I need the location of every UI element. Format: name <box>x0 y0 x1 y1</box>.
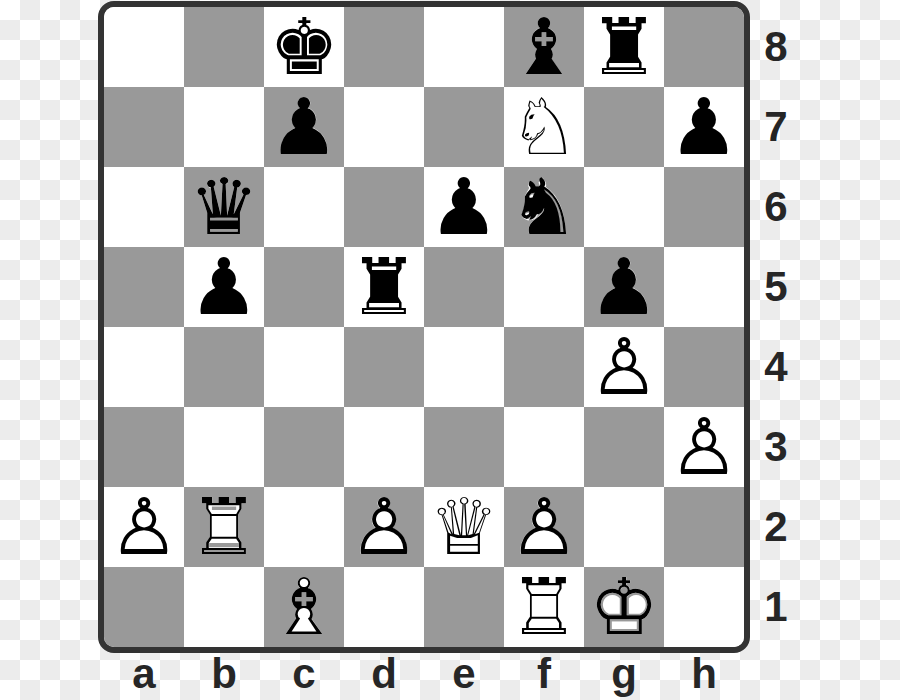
piece-white-bishop: ♝♗ <box>264 567 344 647</box>
square-b1[interactable] <box>184 567 264 647</box>
square-e8[interactable] <box>424 7 504 87</box>
page-background: { "game": "chess", "position": { "fen": … <box>0 0 900 700</box>
square-a3[interactable] <box>104 407 184 487</box>
square-c4[interactable] <box>264 327 344 407</box>
square-a2[interactable]: ♟♙ <box>104 487 184 567</box>
file-labels: abcdefgh <box>104 650 744 698</box>
rank-label-8: 8 <box>752 7 800 87</box>
square-d6[interactable] <box>344 167 424 247</box>
square-e6[interactable]: ♙♟ <box>424 167 504 247</box>
file-label-e: e <box>424 650 504 698</box>
piece-black-knight: ♘♞ <box>504 167 584 247</box>
square-e1[interactable] <box>424 567 504 647</box>
square-h8[interactable] <box>664 7 744 87</box>
square-c1[interactable]: ♝♗ <box>264 567 344 647</box>
square-e7[interactable] <box>424 87 504 167</box>
square-b2[interactable]: ♜♖ <box>184 487 264 567</box>
piece-black-pawn: ♙♟ <box>424 167 504 247</box>
rank-label-2: 2 <box>752 487 800 567</box>
square-h2[interactable] <box>664 487 744 567</box>
piece-white-king: ♚♔ <box>584 567 664 647</box>
square-g8[interactable]: ♖♜ <box>584 7 664 87</box>
square-a4[interactable] <box>104 327 184 407</box>
square-b8[interactable] <box>184 7 264 87</box>
square-g7[interactable] <box>584 87 664 167</box>
piece-black-pawn: ♙♟ <box>184 247 264 327</box>
square-f7[interactable]: ♞♘ <box>504 87 584 167</box>
square-d2[interactable]: ♟♙ <box>344 487 424 567</box>
file-label-d: d <box>344 650 424 698</box>
square-g1[interactable]: ♚♔ <box>584 567 664 647</box>
square-d8[interactable] <box>344 7 424 87</box>
square-c8[interactable]: ♔♚ <box>264 7 344 87</box>
piece-black-rook: ♖♜ <box>344 247 424 327</box>
square-e2[interactable]: ♛♕ <box>424 487 504 567</box>
square-d1[interactable] <box>344 567 424 647</box>
square-b7[interactable] <box>184 87 264 167</box>
square-h3[interactable]: ♟♙ <box>664 407 744 487</box>
piece-black-pawn: ♙♟ <box>264 87 344 167</box>
rank-label-7: 7 <box>752 87 800 167</box>
square-h4[interactable] <box>664 327 744 407</box>
square-f8[interactable]: ♗♝ <box>504 7 584 87</box>
square-c5[interactable] <box>264 247 344 327</box>
square-e4[interactable] <box>424 327 504 407</box>
piece-white-knight: ♞♘ <box>504 87 584 167</box>
square-h1[interactable] <box>664 567 744 647</box>
square-g5[interactable]: ♙♟ <box>584 247 664 327</box>
piece-white-queen: ♛♕ <box>424 487 504 567</box>
rank-label-6: 6 <box>752 167 800 247</box>
square-a7[interactable] <box>104 87 184 167</box>
file-label-c: c <box>264 650 344 698</box>
square-g4[interactable]: ♟♙ <box>584 327 664 407</box>
square-d4[interactable] <box>344 327 424 407</box>
piece-black-queen: ♕♛ <box>184 167 264 247</box>
rank-label-4: 4 <box>752 327 800 407</box>
square-f5[interactable] <box>504 247 584 327</box>
square-b5[interactable]: ♙♟ <box>184 247 264 327</box>
square-c2[interactable] <box>264 487 344 567</box>
square-a1[interactable] <box>104 567 184 647</box>
rank-label-1: 1 <box>752 567 800 647</box>
square-b3[interactable] <box>184 407 264 487</box>
piece-white-pawn: ♟♙ <box>664 407 744 487</box>
piece-white-rook: ♜♖ <box>504 567 584 647</box>
square-f3[interactable] <box>504 407 584 487</box>
square-h7[interactable]: ♙♟ <box>664 87 744 167</box>
board-grid: ♔♚♗♝♖♜♙♟♞♘♙♟♕♛♙♟♘♞♙♟♖♜♙♟♟♙♟♙♟♙♜♖♟♙♛♕♟♙♝♗… <box>104 7 744 647</box>
piece-white-pawn: ♟♙ <box>104 487 184 567</box>
square-d5[interactable]: ♖♜ <box>344 247 424 327</box>
square-h6[interactable] <box>664 167 744 247</box>
piece-black-rook: ♖♜ <box>584 7 664 87</box>
square-a6[interactable] <box>104 167 184 247</box>
piece-white-pawn: ♟♙ <box>584 327 664 407</box>
file-label-f: f <box>504 650 584 698</box>
piece-white-pawn: ♟♙ <box>344 487 424 567</box>
square-g2[interactable] <box>584 487 664 567</box>
square-e5[interactable] <box>424 247 504 327</box>
square-a8[interactable] <box>104 7 184 87</box>
piece-black-pawn: ♙♟ <box>584 247 664 327</box>
square-f6[interactable]: ♘♞ <box>504 167 584 247</box>
rank-labels: 87654321 <box>752 7 800 647</box>
piece-white-rook: ♜♖ <box>184 487 264 567</box>
rank-label-3: 3 <box>752 407 800 487</box>
file-label-g: g <box>584 650 664 698</box>
piece-black-bishop: ♗♝ <box>504 7 584 87</box>
square-c3[interactable] <box>264 407 344 487</box>
square-a5[interactable] <box>104 247 184 327</box>
square-g3[interactable] <box>584 407 664 487</box>
square-b4[interactable] <box>184 327 264 407</box>
file-label-b: b <box>184 650 264 698</box>
square-f2[interactable]: ♟♙ <box>504 487 584 567</box>
square-f1[interactable]: ♜♖ <box>504 567 584 647</box>
rank-label-5: 5 <box>752 247 800 327</box>
chess-board: ♔♚♗♝♖♜♙♟♞♘♙♟♕♛♙♟♘♞♙♟♖♜♙♟♟♙♟♙♟♙♜♖♟♙♛♕♟♙♝♗… <box>98 1 750 653</box>
square-b6[interactable]: ♕♛ <box>184 167 264 247</box>
square-d3[interactable] <box>344 407 424 487</box>
file-label-a: a <box>104 650 184 698</box>
file-label-h: h <box>664 650 744 698</box>
square-d7[interactable] <box>344 87 424 167</box>
square-e3[interactable] <box>424 407 504 487</box>
piece-black-pawn: ♙♟ <box>664 87 744 167</box>
square-h5[interactable] <box>664 247 744 327</box>
square-c7[interactable]: ♙♟ <box>264 87 344 167</box>
piece-white-pawn: ♟♙ <box>504 487 584 567</box>
square-g6[interactable] <box>584 167 664 247</box>
square-c6[interactable] <box>264 167 344 247</box>
piece-black-king: ♔♚ <box>264 7 344 87</box>
square-f4[interactable] <box>504 327 584 407</box>
